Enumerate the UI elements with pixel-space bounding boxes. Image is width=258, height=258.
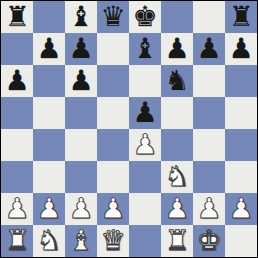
square-c2[interactable]: ♟ [65,193,97,225]
square-d7[interactable] [97,33,129,65]
piece-white-pawn: ♟ [68,193,93,225]
square-b5[interactable] [33,97,65,129]
square-d2[interactable]: ♟ [97,193,129,225]
square-d1[interactable]: ♛ [97,225,129,257]
square-e2[interactable] [129,193,161,225]
piece-white-knight: ♞ [36,225,61,257]
square-c7[interactable]: ♟ [65,33,97,65]
square-b1[interactable]: ♞ [33,225,65,257]
piece-white-queen: ♛ [100,225,125,257]
square-b3[interactable] [33,161,65,193]
square-e1[interactable] [129,225,161,257]
piece-black-pawn: ♟ [164,33,189,65]
square-a6[interactable]: ♟ [1,65,33,97]
square-g8[interactable] [193,1,225,33]
piece-white-pawn: ♟ [4,193,29,225]
square-f1[interactable]: ♜ [161,225,193,257]
board-frame: ♜♝♛♚♜♟♟♝♟♟♟♟♟♞♟♟♞♟♟♟♟♟♟♟♜♞♝♛♜♚ [0,0,258,258]
square-b2[interactable]: ♟ [33,193,65,225]
square-h2[interactable]: ♟ [225,193,257,225]
piece-black-king: ♚ [132,1,157,33]
square-e3[interactable] [129,161,161,193]
square-g6[interactable] [193,65,225,97]
piece-black-rook: ♜ [228,1,253,33]
square-d8[interactable]: ♛ [97,1,129,33]
piece-black-pawn: ♟ [228,33,253,65]
square-c5[interactable] [65,97,97,129]
square-b7[interactable]: ♟ [33,33,65,65]
square-h1[interactable] [225,225,257,257]
square-d3[interactable] [97,161,129,193]
chess-board: ♜♝♛♚♜♟♟♝♟♟♟♟♟♞♟♟♞♟♟♟♟♟♟♟♜♞♝♛♜♚ [1,1,257,257]
square-d6[interactable] [97,65,129,97]
square-a5[interactable] [1,97,33,129]
square-d5[interactable] [97,97,129,129]
piece-black-queen: ♛ [100,1,125,33]
piece-black-pawn: ♟ [68,65,93,97]
piece-white-pawn: ♟ [228,193,253,225]
piece-white-rook: ♜ [164,225,189,257]
square-f2[interactable]: ♟ [161,193,193,225]
piece-white-bishop: ♝ [68,225,93,257]
piece-black-pawn: ♟ [196,33,221,65]
square-a3[interactable] [1,161,33,193]
square-h3[interactable] [225,161,257,193]
square-c1[interactable]: ♝ [65,225,97,257]
square-a8[interactable]: ♜ [1,1,33,33]
square-h4[interactable] [225,129,257,161]
square-g7[interactable]: ♟ [193,33,225,65]
square-g3[interactable] [193,161,225,193]
piece-black-pawn: ♟ [132,97,157,129]
square-f3[interactable]: ♞ [161,161,193,193]
piece-black-pawn: ♟ [68,33,93,65]
square-f6[interactable]: ♞ [161,65,193,97]
square-h8[interactable]: ♜ [225,1,257,33]
piece-white-rook: ♜ [4,225,29,257]
piece-white-pawn: ♟ [164,193,189,225]
square-g5[interactable] [193,97,225,129]
square-b4[interactable] [33,129,65,161]
square-d4[interactable] [97,129,129,161]
piece-white-knight: ♞ [164,161,189,193]
square-e8[interactable]: ♚ [129,1,161,33]
square-g1[interactable]: ♚ [193,225,225,257]
square-b6[interactable] [33,65,65,97]
piece-white-pawn: ♟ [196,193,221,225]
piece-black-pawn: ♟ [4,65,29,97]
piece-black-knight: ♞ [164,65,189,97]
piece-white-pawn: ♟ [132,129,157,161]
square-a7[interactable] [1,33,33,65]
square-f5[interactable] [161,97,193,129]
piece-black-rook: ♜ [4,1,29,33]
piece-white-king: ♚ [196,225,221,257]
square-c6[interactable]: ♟ [65,65,97,97]
square-h6[interactable] [225,65,257,97]
square-f8[interactable] [161,1,193,33]
square-a1[interactable]: ♜ [1,225,33,257]
square-c3[interactable] [65,161,97,193]
piece-black-bishop: ♝ [68,1,93,33]
square-g2[interactable]: ♟ [193,193,225,225]
square-e6[interactable] [129,65,161,97]
square-b8[interactable] [33,1,65,33]
square-a4[interactable] [1,129,33,161]
square-g4[interactable] [193,129,225,161]
piece-white-pawn: ♟ [100,193,125,225]
square-c4[interactable] [65,129,97,161]
square-e4[interactable]: ♟ [129,129,161,161]
piece-black-pawn: ♟ [36,33,61,65]
piece-white-pawn: ♟ [36,193,61,225]
square-f7[interactable]: ♟ [161,33,193,65]
square-h5[interactable] [225,97,257,129]
square-c8[interactable]: ♝ [65,1,97,33]
piece-black-bishop: ♝ [132,33,157,65]
square-a2[interactable]: ♟ [1,193,33,225]
square-e7[interactable]: ♝ [129,33,161,65]
square-f4[interactable] [161,129,193,161]
square-h7[interactable]: ♟ [225,33,257,65]
square-e5[interactable]: ♟ [129,97,161,129]
